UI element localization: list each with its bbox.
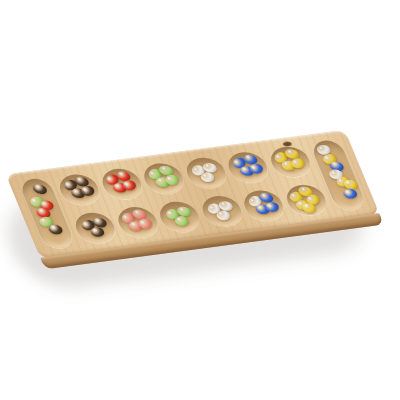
pit-top-3[interactable] <box>139 161 188 195</box>
pit-bottom-1[interactable] <box>71 210 120 244</box>
pit-top-6[interactable] <box>266 144 315 178</box>
bead-yellow <box>302 203 318 213</box>
bead-green <box>173 215 190 226</box>
pit-bottom-6[interactable] <box>281 182 330 216</box>
pit-bottom-5[interactable] <box>239 188 288 222</box>
pit-top-1[interactable] <box>55 172 104 206</box>
bead-white <box>215 210 232 221</box>
bead-dark <box>48 224 64 234</box>
bead-dark <box>89 226 106 237</box>
pit-bottom-4[interactable] <box>197 193 246 227</box>
photo-background <box>0 0 400 400</box>
pit-bottom-2[interactable] <box>113 204 162 238</box>
pit-top-2[interactable] <box>97 166 146 200</box>
pit-bottom-3[interactable] <box>155 199 204 233</box>
pit-top-5[interactable] <box>223 150 272 184</box>
bead-dark <box>33 183 47 195</box>
pit-top-4[interactable] <box>181 155 230 189</box>
bead-blue <box>342 188 359 199</box>
bead-white <box>199 172 216 183</box>
